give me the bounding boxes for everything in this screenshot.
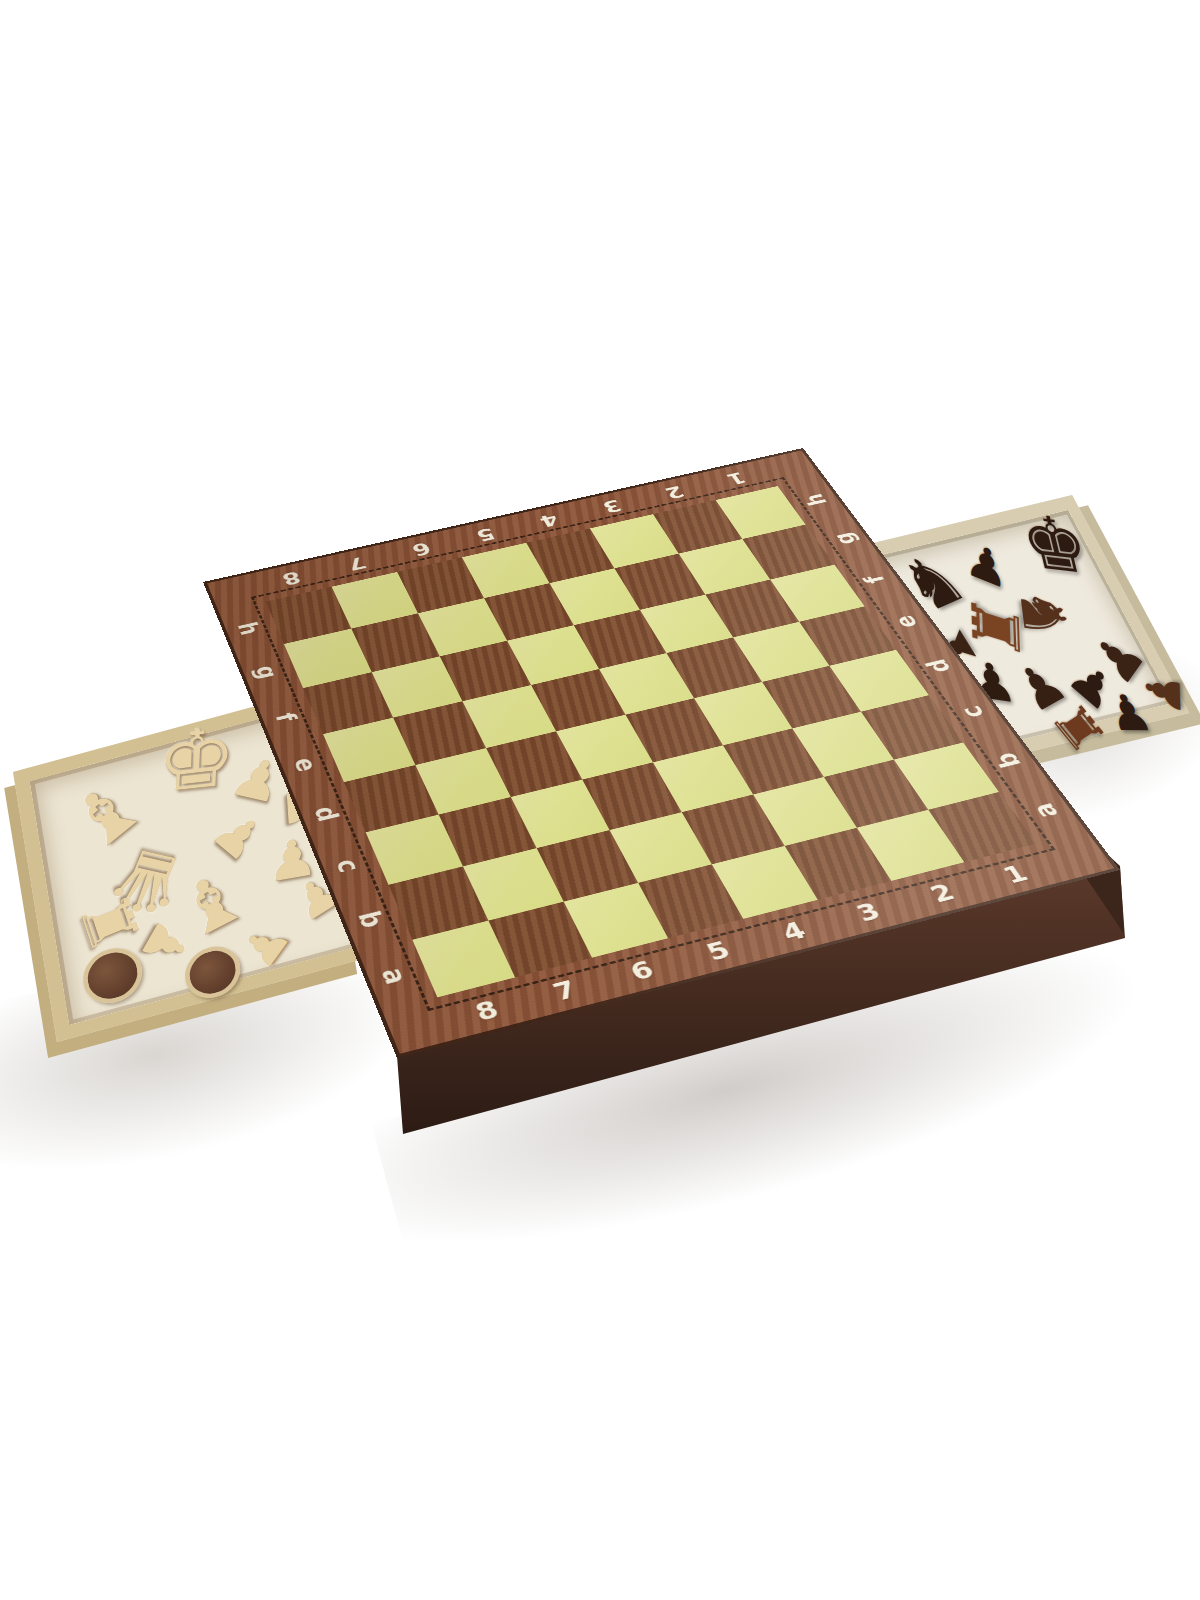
- coord-left-c: c: [330, 856, 367, 876]
- coord-bottom-6: 6: [625, 955, 658, 986]
- coord-left-b: b: [351, 908, 390, 931]
- coord-right-c: c: [954, 703, 991, 721]
- coord-top-5: 5: [473, 524, 499, 545]
- coord-top-2: 2: [661, 482, 688, 502]
- coord-bottom-2: 2: [925, 878, 960, 907]
- coord-bottom-1: 1: [997, 860, 1033, 889]
- coord-right-g: g: [827, 530, 863, 547]
- coord-left-e: e: [288, 755, 324, 775]
- chess-box-product-photo: ♚♝♟♟♛♟♜♟♝♟♟♟ ♞♟♚♝♜♞♟♟♟♟♜♟♟ 88hh77gg66ff5…: [0, 0, 1200, 1600]
- coord-left-h: h: [232, 620, 266, 638]
- coord-right-h: h: [798, 491, 833, 507]
- coord-right-f: f: [858, 573, 891, 586]
- coord-bottom-5: 5: [701, 935, 735, 965]
- coord-top-8: 8: [279, 568, 304, 590]
- coord-bottom-3: 3: [851, 897, 886, 926]
- coord-bottom-4: 4: [776, 916, 810, 946]
- coord-left-g: g: [249, 663, 284, 682]
- coord-left-d: d: [308, 803, 346, 824]
- coord-bottom-8: 8: [471, 995, 503, 1026]
- coord-top-7: 7: [344, 553, 370, 574]
- coord-top-4: 4: [536, 510, 563, 531]
- coord-top-3: 3: [599, 496, 626, 516]
- coord-right-e: e: [887, 613, 924, 631]
- coord-left-f: f: [269, 710, 303, 725]
- coord-top-1: 1: [723, 468, 751, 488]
- coord-top-6: 6: [409, 539, 435, 560]
- coord-left-a: a: [375, 964, 415, 987]
- coord-bottom-7: 7: [548, 975, 581, 1006]
